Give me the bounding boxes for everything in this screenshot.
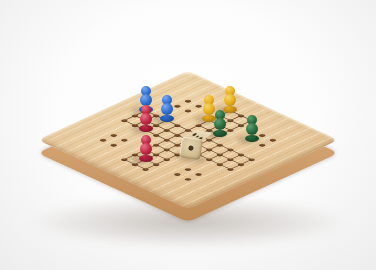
home-hole [184, 177, 192, 181]
home-hole [120, 138, 128, 142]
peg-green[interactable] [213, 110, 227, 137]
home-hole [269, 138, 277, 142]
peg-foot [245, 135, 259, 142]
peg-body [140, 94, 152, 106]
peg-body [161, 103, 173, 115]
home-hole [184, 167, 192, 171]
home-hole [110, 133, 118, 137]
home-hole [99, 138, 107, 142]
peg-foot [160, 115, 174, 122]
peg-red[interactable] [139, 105, 153, 132]
home-hole [184, 109, 192, 113]
peg-foot [139, 125, 153, 132]
die-front-face [179, 136, 203, 160]
peg-red[interactable] [139, 135, 153, 162]
home-hole [258, 143, 266, 147]
peg-body [246, 123, 258, 135]
peg-body [224, 94, 236, 106]
ludo-scene [0, 0, 376, 270]
peg-body [214, 118, 226, 130]
wooden-die[interactable] [179, 128, 208, 162]
home-hole [184, 99, 192, 103]
home-hole [194, 172, 202, 176]
peg-blue[interactable] [160, 95, 174, 122]
home-hole [173, 104, 181, 108]
peg-body [140, 113, 152, 125]
peg-yellow[interactable] [223, 86, 237, 113]
peg-foot [139, 155, 153, 162]
home-hole [258, 133, 266, 137]
peg-body [140, 143, 152, 155]
die-pip [188, 145, 194, 151]
home-hole [173, 172, 181, 176]
peg-green[interactable] [245, 115, 259, 142]
peg-foot [213, 130, 227, 137]
home-hole [110, 143, 118, 147]
